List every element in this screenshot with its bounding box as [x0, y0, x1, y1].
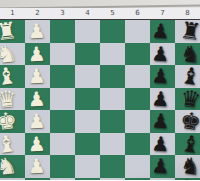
board-square[interactable]	[75, 133, 100, 156]
black-pawn[interactable]: ♟	[147, 87, 174, 112]
board-square[interactable]	[125, 155, 150, 178]
chess-board: ♜♟♟♜♞♟♟♞♝♟♟♝♛♟♟♛♚♟♟♚♝♟♟♝♞♟♟♞♜♟♟♜	[0, 19, 200, 180]
black-pawn[interactable]: ♟	[147, 154, 174, 179]
white-pawn[interactable]: ♟	[23, 87, 49, 111]
board-square[interactable]	[75, 88, 100, 111]
board-square[interactable]	[50, 88, 75, 111]
board-square[interactable]	[50, 65, 75, 88]
board-square[interactable]: ♟	[25, 110, 50, 133]
board-square[interactable]	[75, 155, 100, 178]
rank-labels-strip: 1 2 3 4 5 6 7 8	[0, 8, 200, 19]
rank-label: 5	[100, 8, 125, 19]
black-pawn[interactable]: ♟	[147, 19, 174, 44]
black-pawn[interactable]: ♟	[147, 64, 174, 89]
board-square[interactable]	[50, 20, 75, 43]
board-square[interactable]	[125, 110, 150, 133]
black-pawn[interactable]: ♟	[147, 177, 174, 180]
rank-label: 3	[50, 8, 75, 19]
board-square[interactable]: ♟	[25, 133, 50, 156]
board-square[interactable]: ♟	[150, 43, 175, 66]
board-square[interactable]: ♜	[175, 20, 200, 43]
board-square[interactable]	[75, 178, 100, 181]
board-square[interactable]: ♟	[150, 178, 175, 181]
black-pawn[interactable]: ♟	[147, 109, 174, 134]
white-pawn[interactable]: ♟	[23, 109, 49, 133]
rank-label: 4	[75, 8, 100, 19]
black-pawn[interactable]: ♟	[147, 42, 174, 67]
white-pawn[interactable]: ♟	[23, 177, 49, 180]
black-rook[interactable]: ♜	[177, 176, 200, 180]
board-square[interactable]	[125, 65, 150, 88]
board-square[interactable]	[125, 133, 150, 156]
rank-label: 6	[125, 8, 150, 19]
white-pawn[interactable]: ♟	[23, 64, 49, 88]
board-square[interactable]	[100, 178, 125, 181]
board-square[interactable]: ♟	[25, 155, 50, 178]
board-square[interactable]	[100, 88, 125, 111]
board-square[interactable]	[50, 133, 75, 156]
board-square[interactable]: ♟	[150, 88, 175, 111]
board-square[interactable]: ♟	[25, 88, 50, 111]
board-square[interactable]: ♟	[25, 178, 50, 181]
board-square[interactable]	[50, 43, 75, 66]
board-square[interactable]: ♞	[175, 155, 200, 178]
board-square[interactable]: ♟	[150, 65, 175, 88]
board-square[interactable]: ♝	[175, 65, 200, 88]
board-square[interactable]: ♟	[150, 20, 175, 43]
chess-board-photo: 1 2 3 4 5 6 7 8 ♜♟♟♜♞♟♟♞♝♟♟♝♛♟♟♛♚♟♟♚♝♟♟♝…	[0, 0, 200, 180]
board-square[interactable]: ♟	[25, 65, 50, 88]
board-square[interactable]: ♟	[25, 43, 50, 66]
board-square[interactable]	[50, 110, 75, 133]
board-square[interactable]	[100, 43, 125, 66]
board-square[interactable]	[50, 178, 75, 181]
board-square[interactable]	[50, 155, 75, 178]
black-pawn[interactable]: ♟	[147, 132, 174, 157]
white-pawn[interactable]: ♟	[23, 19, 49, 43]
board-square[interactable]	[75, 65, 100, 88]
white-pawn[interactable]: ♟	[23, 132, 49, 156]
board-square[interactable]: ♟	[150, 110, 175, 133]
board-square[interactable]: ♟	[150, 133, 175, 156]
white-pawn[interactable]: ♟	[23, 154, 49, 178]
board-square[interactable]	[100, 20, 125, 43]
board-square[interactable]: ♟	[25, 20, 50, 43]
board-square[interactable]	[125, 43, 150, 66]
board-square[interactable]	[100, 155, 125, 178]
board-square[interactable]	[75, 43, 100, 66]
board-square[interactable]	[75, 20, 100, 43]
board-square[interactable]	[100, 133, 125, 156]
board-square[interactable]: ♚	[175, 110, 200, 133]
board-square[interactable]	[75, 110, 100, 133]
board-square[interactable]	[100, 110, 125, 133]
white-rook[interactable]: ♜	[0, 176, 20, 180]
board-square[interactable]: ♟	[150, 155, 175, 178]
board-square[interactable]	[125, 20, 150, 43]
white-pawn[interactable]: ♟	[23, 42, 49, 66]
board-square[interactable]	[125, 178, 150, 181]
rank-label: 7	[150, 8, 175, 19]
rank-label: 2	[25, 8, 50, 19]
board-square[interactable]	[125, 88, 150, 111]
board-square[interactable]: ♜	[0, 178, 25, 181]
board-square[interactable]	[100, 65, 125, 88]
board-square[interactable]: ♜	[175, 178, 200, 181]
